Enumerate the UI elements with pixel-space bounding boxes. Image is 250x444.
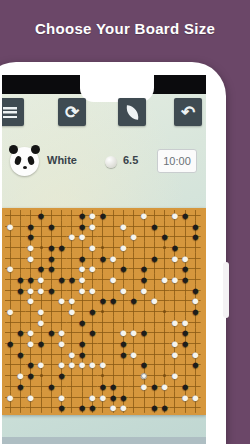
board-cell[interactable]: ●	[67, 306, 77, 317]
board-cell[interactable]: ●	[5, 338, 15, 349]
board-cell[interactable]	[170, 221, 180, 232]
board-cell[interactable]	[98, 274, 108, 285]
white-stone: ●	[190, 392, 200, 403]
board-cell[interactable]	[67, 381, 77, 392]
board-cell[interactable]	[149, 317, 159, 328]
board-cell[interactable]	[98, 317, 108, 328]
black-stone: ●	[87, 328, 97, 339]
white-stone: ●	[36, 360, 46, 371]
board-cell[interactable]	[36, 402, 46, 413]
leaf-icon	[125, 105, 140, 120]
board-cell[interactable]	[15, 242, 25, 253]
board-cell[interactable]: ●	[139, 285, 149, 296]
board-cell[interactable]	[139, 296, 149, 307]
board-cell[interactable]	[98, 338, 108, 349]
board-cell[interactable]	[180, 296, 190, 307]
board-cell[interactable]: ●	[139, 210, 149, 221]
board-cell[interactable]	[46, 338, 56, 349]
board-cell[interactable]	[139, 242, 149, 253]
board-cell[interactable]: ●	[108, 253, 118, 264]
white-stone: ●	[5, 221, 15, 232]
black-stone: ●	[190, 306, 200, 317]
board-cell[interactable]	[26, 402, 36, 413]
board-cell[interactable]	[87, 338, 97, 349]
board-cell[interactable]: ●	[36, 338, 46, 349]
board-cell[interactable]: ●	[26, 253, 36, 264]
board-cell[interactable]	[139, 402, 149, 413]
board-cell[interactable]: ●	[98, 296, 108, 307]
board-cell[interactable]	[180, 231, 190, 242]
board-cell[interactable]: ●	[139, 381, 149, 392]
board-cell[interactable]: ●	[118, 242, 128, 253]
board-cell[interactable]: ●	[26, 338, 36, 349]
board-cell[interactable]	[46, 360, 56, 371]
board-cell[interactable]	[180, 221, 190, 232]
screen-bottom-bar	[2, 437, 206, 444]
board-cell[interactable]: ●	[159, 402, 169, 413]
board-cell[interactable]	[118, 360, 128, 371]
board-cell[interactable]	[36, 221, 46, 232]
board-cell[interactable]: ●	[5, 306, 15, 317]
white-stone: ●	[170, 274, 180, 285]
board-cell[interactable]: ●	[87, 221, 97, 232]
board-cell[interactable]	[129, 392, 139, 403]
board-cell[interactable]	[180, 285, 190, 296]
board-cell[interactable]	[190, 402, 200, 413]
board-cell[interactable]	[149, 338, 159, 349]
board-cell[interactable]: ●	[46, 263, 56, 274]
board-cell[interactable]	[98, 263, 108, 274]
board-cell[interactable]: ●	[159, 381, 169, 392]
board-cell[interactable]	[139, 338, 149, 349]
board-cell[interactable]: ●	[15, 381, 25, 392]
white-stone: ●	[159, 274, 169, 285]
board-cell[interactable]: ●	[159, 274, 169, 285]
board-cell[interactable]	[190, 263, 200, 274]
board-cell[interactable]: ●	[170, 253, 180, 264]
board-cell[interactable]	[149, 263, 159, 274]
white-stone: ●	[26, 392, 36, 403]
board-cell[interactable]: ●	[98, 392, 108, 403]
black-stone: ●	[87, 402, 97, 413]
board-cell[interactable]	[159, 349, 169, 360]
black-stone: ●	[46, 328, 56, 339]
board-cell[interactable]: ●	[98, 210, 108, 221]
board-cell[interactable]	[149, 360, 159, 371]
board-cell[interactable]	[190, 328, 200, 339]
board-cell[interactable]	[5, 242, 15, 253]
white-stone: ●	[5, 392, 15, 403]
board-cell[interactable]	[67, 370, 77, 381]
board-cell[interactable]	[15, 210, 25, 221]
board-cell[interactable]: ●	[87, 242, 97, 253]
board-cell[interactable]	[159, 242, 169, 253]
white-stone: ●	[26, 253, 36, 264]
black-stone: ●	[190, 360, 200, 371]
board-cell[interactable]: ●	[118, 221, 128, 232]
board-cell[interactable]	[108, 221, 118, 232]
board-cell[interactable]	[98, 402, 108, 413]
board-cell[interactable]	[77, 296, 87, 307]
board-cell[interactable]: ●	[129, 296, 139, 307]
board-cell[interactable]	[129, 402, 139, 413]
board-cell[interactable]: ●	[149, 381, 159, 392]
board-cell[interactable]: ●	[180, 392, 190, 403]
board-cell[interactable]: ●	[5, 263, 15, 274]
board-cell[interactable]	[190, 370, 200, 381]
board-cell[interactable]: ●	[149, 296, 159, 307]
board-cell[interactable]	[36, 242, 46, 253]
board-cell[interactable]	[129, 274, 139, 285]
board-cell[interactable]	[5, 285, 15, 296]
board-cell[interactable]	[118, 370, 128, 381]
board-cell[interactable]	[159, 338, 169, 349]
board-cell[interactable]	[139, 392, 149, 403]
black-stone: ●	[36, 338, 46, 349]
white-stone: ●	[56, 296, 66, 307]
board-cell[interactable]: ●	[149, 221, 159, 232]
player-name: White	[47, 154, 77, 166]
black-stone: ●	[5, 338, 15, 349]
board-cell[interactable]: ●	[26, 392, 36, 403]
white-stone: ●	[87, 221, 97, 232]
board-cell[interactable]: ●	[5, 392, 15, 403]
board-cell[interactable]	[46, 296, 56, 307]
board-cell[interactable]	[129, 306, 139, 317]
hamburger-icon	[3, 107, 17, 118]
board-cell[interactable]	[87, 370, 97, 381]
board-cell[interactable]	[139, 306, 149, 317]
white-stone: ●	[108, 253, 118, 264]
board-cell[interactable]: ●	[77, 231, 87, 242]
board-cell[interactable]: ●	[180, 338, 190, 349]
board-cell[interactable]: ●	[56, 402, 66, 413]
board-cell[interactable]	[190, 242, 200, 253]
black-stone: ●	[46, 221, 56, 232]
board-cell[interactable]	[36, 231, 46, 242]
board-cell[interactable]: ●	[15, 349, 25, 360]
board-cell[interactable]	[46, 306, 56, 317]
board-cell[interactable]: ●	[26, 370, 36, 381]
board-cell[interactable]	[5, 231, 15, 242]
board-cell[interactable]	[5, 317, 15, 328]
board-cell[interactable]	[56, 221, 66, 232]
board-cell[interactable]: ●	[129, 328, 139, 339]
board-cell[interactable]: ●	[36, 317, 46, 328]
panda-ear-icon	[31, 145, 40, 154]
board-cell[interactable]	[108, 360, 118, 371]
white-stone: ●	[149, 296, 159, 307]
board-cell[interactable]	[108, 231, 118, 242]
board-cell[interactable]	[159, 296, 169, 307]
black-stone: ●	[98, 253, 108, 264]
phone-screen: ⟳ ↶ White 6.5 10:00	[2, 75, 206, 444]
phone-side-button[interactable]	[223, 262, 229, 318]
black-stone: ●	[15, 349, 25, 360]
board-cell[interactable]: ●	[129, 349, 139, 360]
restart-button[interactable]: ⟳	[58, 98, 86, 126]
board-cell[interactable]: ●	[118, 285, 128, 296]
board-cell[interactable]	[108, 338, 118, 349]
white-stone-icon	[105, 156, 117, 168]
board-cell[interactable]: ●	[67, 360, 77, 371]
board-cell[interactable]	[46, 349, 56, 360]
white-stone: ●	[77, 285, 87, 296]
white-stone: ●	[26, 296, 36, 307]
board-cell[interactable]: ●	[108, 274, 118, 285]
board-cell[interactable]	[5, 370, 15, 381]
board-cell[interactable]: ●	[149, 253, 159, 264]
board-cell[interactable]	[98, 231, 108, 242]
board-cell[interactable]	[77, 381, 87, 392]
board-cell[interactable]: ●	[180, 210, 190, 221]
board-cell[interactable]: ●	[56, 242, 66, 253]
board-cell[interactable]	[15, 253, 25, 264]
white-stone: ●	[87, 360, 97, 371]
board-cell[interactable]	[108, 210, 118, 221]
board-cell[interactable]	[180, 360, 190, 371]
board-cell[interactable]	[159, 328, 169, 339]
board-cell[interactable]	[149, 274, 159, 285]
board-cell[interactable]: ●	[77, 360, 87, 371]
white-stone: ●	[67, 231, 77, 242]
board-cell[interactable]	[108, 317, 118, 328]
black-stone: ●	[159, 231, 169, 242]
board-cell[interactable]	[98, 328, 108, 339]
white-stone: ●	[118, 242, 128, 253]
board-cell[interactable]	[46, 392, 56, 403]
board-cell[interactable]	[67, 328, 77, 339]
board-cell[interactable]	[98, 306, 108, 317]
board-cell[interactable]: ●	[56, 274, 66, 285]
board-cell[interactable]	[159, 285, 169, 296]
board-cell[interactable]	[15, 296, 25, 307]
board-cell[interactable]	[170, 285, 180, 296]
board-cell[interactable]	[15, 392, 25, 403]
board-cell[interactable]	[149, 328, 159, 339]
board-cell[interactable]	[26, 306, 36, 317]
board-cell[interactable]: ●	[46, 381, 56, 392]
board-cell[interactable]: ●	[108, 402, 118, 413]
board-cell[interactable]: ●	[15, 285, 25, 296]
board-cell[interactable]	[77, 370, 87, 381]
white-stone: ●	[36, 317, 46, 328]
board-cell[interactable]: ●	[67, 231, 77, 242]
board-cell[interactable]	[180, 349, 190, 360]
white-stone: ●	[108, 274, 118, 285]
board-cell[interactable]: ●	[5, 221, 15, 232]
board-cell[interactable]: ●	[36, 210, 46, 221]
board-cell[interactable]	[180, 402, 190, 413]
board-cell[interactable]: ●	[118, 402, 128, 413]
board-cell[interactable]	[129, 242, 139, 253]
board-cell[interactable]	[67, 317, 77, 328]
board-cell[interactable]: ●	[190, 306, 200, 317]
board-cell[interactable]: ●	[67, 274, 77, 285]
board-cell[interactable]	[67, 242, 77, 253]
board-cell[interactable]	[15, 221, 25, 232]
board-cell[interactable]: ●	[77, 402, 87, 413]
board-cell[interactable]	[46, 402, 56, 413]
white-stone: ●	[87, 242, 97, 253]
board-cell[interactable]	[129, 263, 139, 274]
board-cell[interactable]	[129, 370, 139, 381]
board-cell[interactable]: ●	[46, 285, 56, 296]
board-cell[interactable]	[56, 210, 66, 221]
black-stone: ●	[108, 296, 118, 307]
board-cell[interactable]: ●	[190, 231, 200, 242]
board-cell[interactable]	[118, 306, 128, 317]
black-stone: ●	[46, 381, 56, 392]
board-cell[interactable]	[129, 360, 139, 371]
board-cell[interactable]	[139, 231, 149, 242]
board-cell[interactable]: ●	[118, 349, 128, 360]
panda-nose-icon	[23, 166, 27, 169]
board-cell[interactable]: ●	[26, 296, 36, 307]
black-stone: ●	[77, 317, 87, 328]
board-cell[interactable]: ●	[87, 360, 97, 371]
board-cell[interactable]	[56, 253, 66, 264]
menu-button[interactable]	[2, 98, 24, 126]
leaf-button[interactable]	[118, 98, 146, 126]
white-stone: ●	[5, 263, 15, 274]
board-cell[interactable]	[159, 306, 169, 317]
board-cell[interactable]	[170, 381, 180, 392]
board-cell[interactable]: ●	[139, 328, 149, 339]
board-cell[interactable]: ●	[170, 370, 180, 381]
board-cell[interactable]	[149, 306, 159, 317]
board-cell[interactable]	[15, 231, 25, 242]
board-cell[interactable]: ●	[180, 274, 190, 285]
go-board[interactable]: ●●●●●●●●●●●●●●●●●●●●●●●●●●●●●●●●●●●●●●●●…	[2, 208, 206, 415]
board-cell[interactable]	[36, 370, 46, 381]
board-cell[interactable]	[190, 317, 200, 328]
board-cell[interactable]	[190, 253, 200, 264]
black-stone: ●	[36, 210, 46, 221]
black-stone: ●	[46, 263, 56, 274]
komi-value: 6.5	[123, 154, 138, 166]
board-cell[interactable]	[170, 296, 180, 307]
board-cell[interactable]	[159, 360, 169, 371]
board-cell[interactable]	[67, 402, 77, 413]
board-cell[interactable]	[67, 392, 77, 403]
board-cell[interactable]: ●	[108, 296, 118, 307]
board-cell[interactable]	[108, 349, 118, 360]
board-cell[interactable]: ●	[56, 370, 66, 381]
board-cell[interactable]: ●	[170, 349, 180, 360]
player-info-bar: White 6.5 10:00	[2, 145, 206, 185]
board-cell[interactable]: ●	[98, 253, 108, 264]
board-cell[interactable]	[108, 306, 118, 317]
board-cell[interactable]	[159, 317, 169, 328]
screenshot-stage: Choose Your Board Size ⟳ ↶	[0, 0, 250, 444]
board-cell[interactable]	[98, 221, 108, 232]
board-cell[interactable]: ●	[190, 392, 200, 403]
black-stone: ●	[118, 263, 128, 274]
white-stone: ●	[129, 328, 139, 339]
white-stone: ●	[67, 360, 77, 371]
black-stone: ●	[149, 253, 159, 264]
board-cell[interactable]	[5, 349, 15, 360]
board-cell[interactable]: ●	[159, 231, 169, 242]
panda-avatar[interactable]	[10, 147, 39, 176]
go-board-grid: ●●●●●●●●●●●●●●●●●●●●●●●●●●●●●●●●●●●●●●●●…	[5, 210, 201, 413]
undo-button[interactable]: ↶	[174, 98, 202, 126]
board-cell[interactable]: ●	[36, 360, 46, 371]
black-stone: ●	[149, 381, 159, 392]
board-cell[interactable]: ●	[36, 285, 46, 296]
white-stone: ●	[67, 306, 77, 317]
board-cell[interactable]	[15, 306, 25, 317]
board-cell[interactable]	[139, 221, 149, 232]
board-cell[interactable]	[36, 381, 46, 392]
board-cell[interactable]: ●	[170, 210, 180, 221]
board-cell[interactable]: ●	[87, 285, 97, 296]
board-cell[interactable]: ●	[56, 338, 66, 349]
board-cell[interactable]: ●	[149, 402, 159, 413]
white-stone: ●	[180, 392, 190, 403]
board-cell[interactable]: ●	[87, 263, 97, 274]
board-cell[interactable]	[5, 402, 15, 413]
board-cell[interactable]	[67, 210, 77, 221]
board-cell[interactable]: ●	[170, 274, 180, 285]
board-cell[interactable]: ●	[46, 328, 56, 339]
board-cell[interactable]	[149, 231, 159, 242]
board-cell[interactable]	[170, 392, 180, 403]
black-stone: ●	[15, 328, 25, 339]
board-cell[interactable]: ●	[87, 402, 97, 413]
board-cell[interactable]	[129, 381, 139, 392]
panda-eye-icon	[27, 155, 35, 165]
white-stone: ●	[108, 402, 118, 413]
black-stone: ●	[190, 231, 200, 242]
board-cell[interactable]	[5, 360, 15, 371]
board-cell[interactable]: ●	[77, 285, 87, 296]
game-timer: 10:00	[157, 149, 197, 173]
board-cell[interactable]: ●	[118, 263, 128, 274]
board-cell[interactable]	[159, 253, 169, 264]
board-cell[interactable]	[149, 349, 159, 360]
black-stone: ●	[56, 370, 66, 381]
board-cell[interactable]	[118, 296, 128, 307]
board-cell[interactable]: ●	[87, 306, 97, 317]
board-cell[interactable]	[129, 210, 139, 221]
board-cell[interactable]	[129, 253, 139, 264]
board-cell[interactable]	[108, 328, 118, 339]
board-cell[interactable]	[67, 253, 77, 264]
board-cell[interactable]: ●	[46, 221, 56, 232]
board-cell[interactable]: ●	[77, 317, 87, 328]
board-cell[interactable]	[5, 274, 15, 285]
board-cell[interactable]: ●	[129, 231, 139, 242]
board-cell[interactable]	[170, 402, 180, 413]
board-cell[interactable]: ●	[15, 328, 25, 339]
board-cell[interactable]: ●	[98, 360, 108, 371]
black-stone: ●	[56, 242, 66, 253]
board-cell[interactable]: ●	[190, 360, 200, 371]
board-cell[interactable]: ●	[87, 328, 97, 339]
white-stone: ●	[139, 381, 149, 392]
board-cell[interactable]	[159, 210, 169, 221]
board-cell[interactable]: ●	[170, 317, 180, 328]
board-cell[interactable]	[15, 402, 25, 413]
board-cell[interactable]: ●	[56, 296, 66, 307]
black-stone: ●	[98, 210, 108, 221]
board-cell[interactable]	[36, 392, 46, 403]
board-cell[interactable]	[56, 306, 66, 317]
black-stone: ●	[15, 285, 25, 296]
white-stone: ●	[77, 231, 87, 242]
